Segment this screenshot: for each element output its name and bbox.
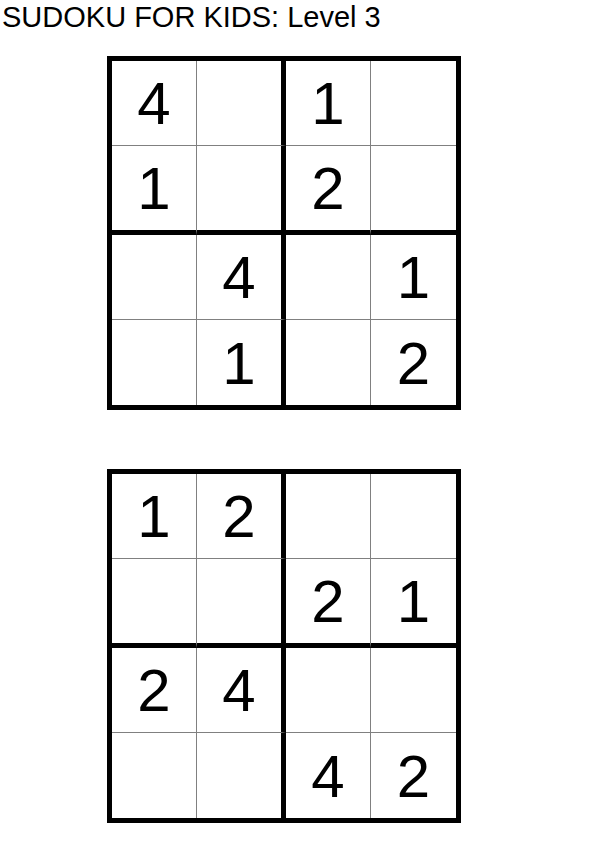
puzzle-1-cell-r2c4: [371, 146, 456, 235]
puzzle-2-cell-r1c1: 1: [112, 474, 197, 559]
puzzle-2-cell-r4c3: 4: [286, 733, 371, 818]
puzzle-1-cell-r4c4: 2: [371, 320, 456, 405]
puzzle-2-cell-r1c2: 2: [197, 474, 286, 559]
puzzle-2-cell-r3c2: 4: [197, 648, 286, 733]
page-title: SUDOKU FOR KIDS: Level 3: [2, 0, 381, 34]
puzzle-1-cell-r1c1: 4: [112, 61, 197, 146]
puzzle-1-cell-r4c2: 1: [197, 320, 286, 405]
puzzle-1-cell-r2c3: 2: [286, 146, 371, 235]
puzzle-1-cell-r1c2: [197, 61, 286, 146]
sudoku-board-1: 41124112: [107, 56, 461, 410]
puzzle-1-cell-r3c1: [112, 235, 197, 320]
puzzle-2-cell-r4c4: 2: [371, 733, 456, 818]
puzzle-1-cell-r2c2: [197, 146, 286, 235]
puzzle-2-cell-r1c3: [286, 474, 371, 559]
puzzle-1-cell-r3c4: 1: [371, 235, 456, 320]
puzzle-1-cell-r3c2: 4: [197, 235, 286, 320]
puzzle-1-cell-r4c1: [112, 320, 197, 405]
puzzle-1-cell-r4c3: [286, 320, 371, 405]
puzzle-2-cell-r2c4: 1: [371, 559, 456, 648]
sudoku-board-2: 12212442: [107, 469, 461, 823]
puzzle-2-cell-r3c1: 2: [112, 648, 197, 733]
puzzle-1-cell-r1c3: 1: [286, 61, 371, 146]
puzzle-2-cell-r1c4: [371, 474, 456, 559]
puzzle-1-cell-r1c4: [371, 61, 456, 146]
puzzle-2-cell-r2c1: [112, 559, 197, 648]
puzzle-1-cell-r3c3: [286, 235, 371, 320]
puzzle-2-cell-r2c2: [197, 559, 286, 648]
puzzle-2-cell-r4c1: [112, 733, 197, 818]
puzzle-2-cell-r3c4: [371, 648, 456, 733]
puzzle-2-cell-r3c3: [286, 648, 371, 733]
puzzle-2-cell-r4c2: [197, 733, 286, 818]
puzzle-1-cell-r2c1: 1: [112, 146, 197, 235]
puzzle-2-cell-r2c3: 2: [286, 559, 371, 648]
